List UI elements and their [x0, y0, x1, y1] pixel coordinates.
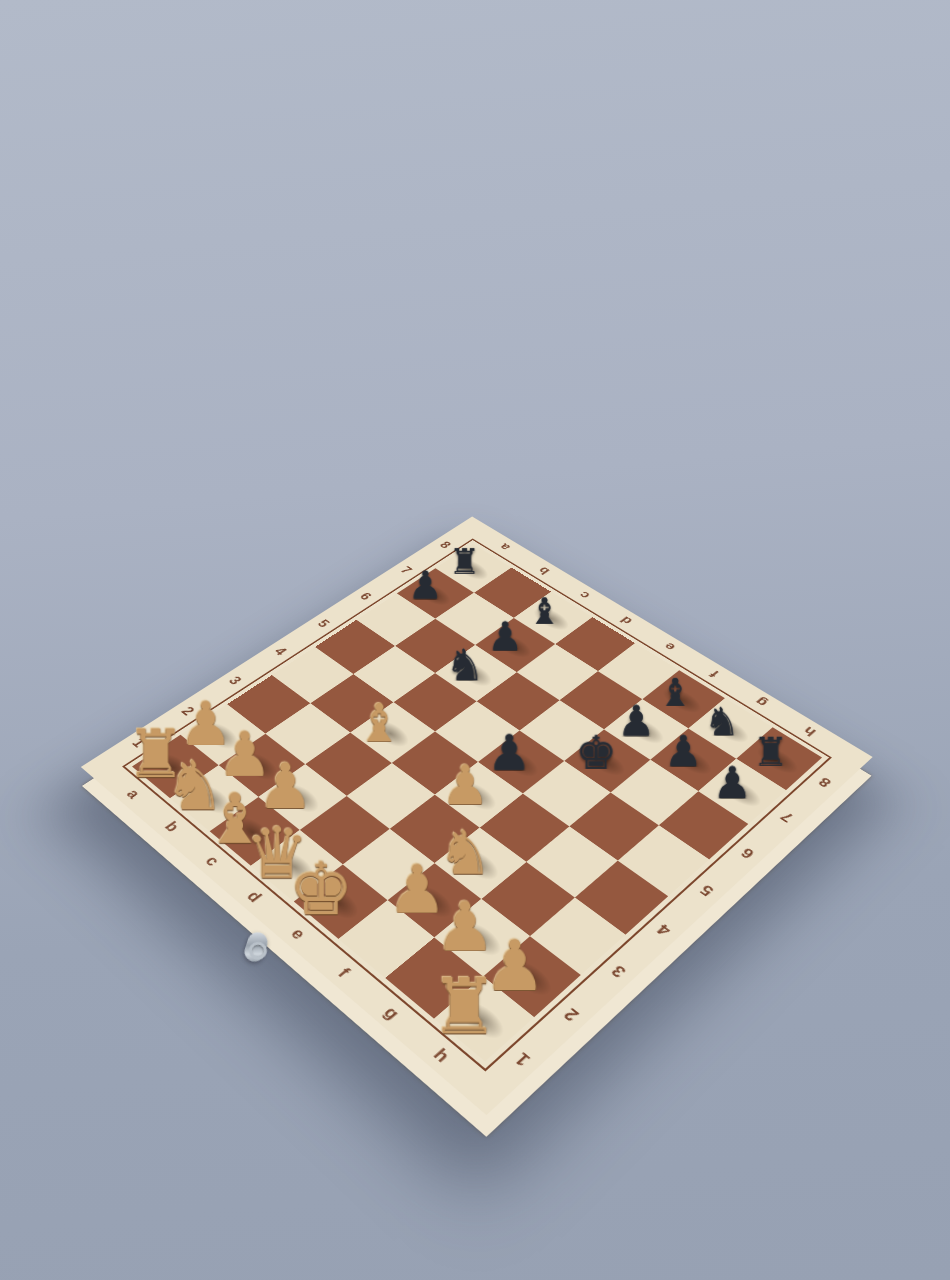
piece-black-bishop-c8[interactable]: ♝: [528, 592, 561, 629]
rank-label-3: 3: [584, 940, 655, 1001]
clasp-ring-icon: [247, 939, 270, 962]
piece-white-pawn-e4[interactable]: ♟: [441, 758, 490, 812]
piece-white-king-e1[interactable]: ♚: [289, 854, 354, 926]
board-tilt-wrapper: abcdefgh 87654321 ♜♝♝♞♜♟♟♟♟♟♞♚♟♝♟♞♟♟♟♟♟♟…: [81, 517, 873, 1116]
piece-black-bishop-f8[interactable]: ♝: [658, 673, 693, 712]
scene: abcdefgh 87654321 ♜♝♝♞♜♟♟♟♟♟♞♚♟♝♟♞♟♟♟♟♟♟…: [0, 0, 950, 1280]
piece-black-pawn-h7[interactable]: ♟: [713, 761, 752, 805]
piece-black-knight-g8[interactable]: ♞: [704, 701, 739, 740]
piece-black-pawn-g7[interactable]: ♟: [664, 730, 703, 773]
piece-black-rook-h8[interactable]: ♜: [753, 731, 789, 771]
chess-board-box: abcdefgh 87654321 ♜♝♝♞♜♟♟♟♟♟♞♚♟♝♟♞♟♟♟♟♟♟…: [81, 517, 873, 1116]
piece-black-pawn-e5[interactable]: ♟: [487, 728, 531, 777]
piece-black-pawn-a7[interactable]: ♟: [408, 566, 443, 605]
backdrop: abcdefgh 87654321 ♜♝♝♞♜♟♟♟♟♟♞♚♟♝♟♞♟♟♟♟♟♟…: [0, 0, 950, 1280]
chess-board-grid: ♜♝♝♞♜♟♟♟♟♟♞♚♟♝♟♞♟♟♟♟♟♟♜♞♝♛♚♜: [132, 544, 822, 1061]
playing-area-frame: ♜♝♝♞♜♟♟♟♟♟♞♚♟♝♟♞♟♟♟♟♟♟♜♞♝♛♚♜: [122, 538, 832, 1071]
piece-black-pawn-f7[interactable]: ♟: [618, 700, 656, 742]
piece-black-pawn-c7[interactable]: ♟: [487, 617, 523, 657]
piece-black-knight-c6[interactable]: ♞: [445, 643, 484, 687]
piece-white-rook-h1[interactable]: ♜: [430, 968, 499, 1045]
piece-black-king-f6[interactable]: ♚: [576, 729, 617, 775]
piece-white-bishop-c4[interactable]: ♝: [356, 697, 403, 749]
piece-black-rook-a8[interactable]: ♜: [449, 543, 481, 578]
board-middle: 87654321 ♜♝♝♞♜♟♟♟♟♟♞♚♟♝♟♞♟♟♟♟♟♟♜♞♝♛♚♜ 87…: [105, 528, 857, 1093]
